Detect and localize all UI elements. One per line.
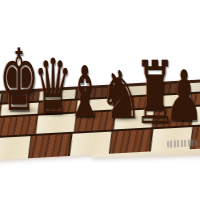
chess-set-photo: ♚♛♝♞♜♟	[0, 0, 200, 200]
chess-piece-pawn: ♟	[157, 59, 200, 132]
board-square-light	[69, 132, 111, 156]
board-square-dark	[29, 134, 71, 158]
board-square-light	[0, 136, 30, 160]
